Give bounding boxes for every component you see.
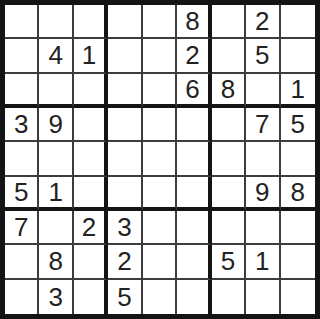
cell-r5c7[interactable] — [212, 142, 246, 176]
cell-r2c7[interactable] — [212, 39, 246, 73]
cell-r2c9[interactable] — [281, 39, 315, 73]
cell-r1c6[interactable]: 8 — [177, 5, 211, 39]
cell-r7c5[interactable] — [143, 211, 177, 245]
cell-r6c9[interactable]: 8 — [281, 177, 315, 211]
cell-r4c1[interactable]: 3 — [5, 108, 39, 142]
cell-r2c8[interactable]: 5 — [246, 39, 280, 73]
cell-r7c2[interactable] — [39, 211, 73, 245]
cell-r8c2[interactable]: 8 — [39, 245, 73, 279]
cell-r3c8[interactable] — [246, 74, 280, 108]
cell-r1c7[interactable] — [212, 5, 246, 39]
cell-r4c6[interactable] — [177, 108, 211, 142]
cell-r6c4[interactable] — [108, 177, 142, 211]
cell-r8c1[interactable] — [5, 245, 39, 279]
cell-r1c3[interactable] — [74, 5, 108, 39]
cell-r7c6[interactable] — [177, 211, 211, 245]
cell-r5c8[interactable] — [246, 142, 280, 176]
cell-r3c4[interactable] — [108, 74, 142, 108]
cell-r6c7[interactable] — [212, 177, 246, 211]
cell-r7c3[interactable]: 2 — [74, 211, 108, 245]
cell-r8c8[interactable]: 1 — [246, 245, 280, 279]
cell-r8c5[interactable] — [143, 245, 177, 279]
cell-r7c4[interactable]: 3 — [108, 211, 142, 245]
cell-r1c4[interactable] — [108, 5, 142, 39]
cell-r2c4[interactable] — [108, 39, 142, 73]
cell-r8c7[interactable]: 5 — [212, 245, 246, 279]
cell-r2c3[interactable]: 1 — [74, 39, 108, 73]
cell-r1c9[interactable] — [281, 5, 315, 39]
cell-r2c1[interactable] — [5, 39, 39, 73]
cell-r5c1[interactable] — [5, 142, 39, 176]
cell-r2c6[interactable]: 2 — [177, 39, 211, 73]
cell-r3c3[interactable] — [74, 74, 108, 108]
cell-r9c6[interactable] — [177, 280, 211, 314]
cell-r9c3[interactable] — [74, 280, 108, 314]
cell-r8c3[interactable] — [74, 245, 108, 279]
cell-r1c2[interactable] — [39, 5, 73, 39]
cell-r4c5[interactable] — [143, 108, 177, 142]
cell-r3c1[interactable] — [5, 74, 39, 108]
cell-r5c2[interactable] — [39, 142, 73, 176]
cell-r4c7[interactable] — [212, 108, 246, 142]
cell-r8c4[interactable]: 2 — [108, 245, 142, 279]
cell-r9c5[interactable] — [143, 280, 177, 314]
cell-r3c9[interactable]: 1 — [281, 74, 315, 108]
cell-r3c2[interactable] — [39, 74, 73, 108]
cell-r7c1[interactable]: 7 — [5, 211, 39, 245]
cell-r6c1[interactable]: 5 — [5, 177, 39, 211]
cell-r9c2[interactable]: 3 — [39, 280, 73, 314]
cell-r5c9[interactable] — [281, 142, 315, 176]
cell-r1c5[interactable] — [143, 5, 177, 39]
cell-r3c7[interactable]: 8 — [212, 74, 246, 108]
cell-r8c9[interactable] — [281, 245, 315, 279]
cell-r9c4[interactable]: 5 — [108, 280, 142, 314]
cell-r6c3[interactable] — [74, 177, 108, 211]
cell-r9c8[interactable] — [246, 280, 280, 314]
cell-r4c8[interactable]: 7 — [246, 108, 280, 142]
cell-r6c6[interactable] — [177, 177, 211, 211]
cell-r6c2[interactable]: 1 — [39, 177, 73, 211]
sudoku-puzzle: 82412568139755198723825135 — [0, 0, 320, 319]
cell-r2c2[interactable]: 4 — [39, 39, 73, 73]
cell-r4c3[interactable] — [74, 108, 108, 142]
cell-r4c9[interactable]: 5 — [281, 108, 315, 142]
cell-r6c8[interactable]: 9 — [246, 177, 280, 211]
cell-r8c6[interactable] — [177, 245, 211, 279]
cell-r3c6[interactable]: 6 — [177, 74, 211, 108]
cell-r5c4[interactable] — [108, 142, 142, 176]
cell-r3c5[interactable] — [143, 74, 177, 108]
cell-r9c1[interactable] — [5, 280, 39, 314]
cell-r9c7[interactable] — [212, 280, 246, 314]
cell-r5c3[interactable] — [74, 142, 108, 176]
cell-r4c4[interactable] — [108, 108, 142, 142]
cell-r1c1[interactable] — [5, 5, 39, 39]
cell-r7c7[interactable] — [212, 211, 246, 245]
cell-r2c5[interactable] — [143, 39, 177, 73]
cell-r5c5[interactable] — [143, 142, 177, 176]
cell-r6c5[interactable] — [143, 177, 177, 211]
cell-r4c2[interactable]: 9 — [39, 108, 73, 142]
cell-r5c6[interactable] — [177, 142, 211, 176]
cell-r1c8[interactable]: 2 — [246, 5, 280, 39]
cell-r7c9[interactable] — [281, 211, 315, 245]
cell-r9c9[interactable] — [281, 280, 315, 314]
cell-r7c8[interactable] — [246, 211, 280, 245]
sudoku-board: 82412568139755198723825135 — [0, 0, 320, 319]
